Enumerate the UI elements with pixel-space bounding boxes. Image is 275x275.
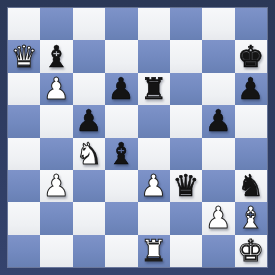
- square-f3[interactable]: ♛: [170, 170, 202, 202]
- black-bishop[interactable]: ♝: [108, 139, 135, 169]
- square-e2[interactable]: [138, 202, 170, 234]
- square-c7[interactable]: [73, 40, 105, 72]
- square-b5[interactable]: [40, 105, 72, 137]
- square-b1[interactable]: [40, 235, 72, 267]
- black-king[interactable]: ♚: [237, 42, 264, 72]
- black-pawn[interactable]: ♟: [205, 106, 232, 136]
- white-knight[interactable]: ♞: [75, 139, 102, 169]
- square-e6[interactable]: ♜: [138, 73, 170, 105]
- square-f2[interactable]: [170, 202, 202, 234]
- square-f6[interactable]: [170, 73, 202, 105]
- square-f7[interactable]: [170, 40, 202, 72]
- square-h8[interactable]: [235, 8, 267, 40]
- black-pawn[interactable]: ♟: [108, 74, 135, 104]
- square-e8[interactable]: [138, 8, 170, 40]
- board-frame: ♛♝♚♟♟♜♟♟♟♞♝♟♟♛♞♟♝♜♚: [0, 0, 275, 275]
- white-pawn[interactable]: ♟: [205, 203, 232, 233]
- black-bishop[interactable]: ♝: [43, 42, 70, 72]
- square-a1[interactable]: [8, 235, 40, 267]
- square-g6[interactable]: [202, 73, 234, 105]
- white-pawn[interactable]: ♟: [140, 171, 167, 201]
- square-d4[interactable]: ♝: [105, 138, 137, 170]
- black-queen[interactable]: ♛: [173, 171, 200, 201]
- square-b7[interactable]: ♝: [40, 40, 72, 72]
- square-d2[interactable]: [105, 202, 137, 234]
- white-pawn[interactable]: ♟: [43, 171, 70, 201]
- square-a3[interactable]: [8, 170, 40, 202]
- black-rook[interactable]: ♜: [140, 74, 167, 104]
- square-a5[interactable]: [8, 105, 40, 137]
- square-a8[interactable]: [8, 8, 40, 40]
- square-d3[interactable]: [105, 170, 137, 202]
- square-h7[interactable]: ♚: [235, 40, 267, 72]
- square-g5[interactable]: ♟: [202, 105, 234, 137]
- square-c4[interactable]: ♞: [73, 138, 105, 170]
- square-e4[interactable]: [138, 138, 170, 170]
- square-g3[interactable]: [202, 170, 234, 202]
- square-b8[interactable]: [40, 8, 72, 40]
- white-pawn[interactable]: ♟: [43, 74, 70, 104]
- square-f8[interactable]: [170, 8, 202, 40]
- chess-board: ♛♝♚♟♟♜♟♟♟♞♝♟♟♛♞♟♝♜♚: [8, 8, 267, 267]
- square-b3[interactable]: ♟: [40, 170, 72, 202]
- square-g8[interactable]: [202, 8, 234, 40]
- square-b6[interactable]: ♟: [40, 73, 72, 105]
- square-d7[interactable]: [105, 40, 137, 72]
- square-b4[interactable]: [40, 138, 72, 170]
- square-e1[interactable]: ♜: [138, 235, 170, 267]
- square-g7[interactable]: [202, 40, 234, 72]
- white-rook[interactable]: ♜: [140, 236, 167, 266]
- square-e7[interactable]: [138, 40, 170, 72]
- square-a7[interactable]: ♛: [8, 40, 40, 72]
- square-e5[interactable]: [138, 105, 170, 137]
- square-a4[interactable]: [8, 138, 40, 170]
- square-h3[interactable]: ♞: [235, 170, 267, 202]
- square-h1[interactable]: ♚: [235, 235, 267, 267]
- square-h6[interactable]: ♟: [235, 73, 267, 105]
- black-knight[interactable]: ♞: [237, 171, 264, 201]
- square-c2[interactable]: [73, 202, 105, 234]
- square-c3[interactable]: [73, 170, 105, 202]
- square-e3[interactable]: ♟: [138, 170, 170, 202]
- black-pawn[interactable]: ♟: [75, 106, 102, 136]
- square-f5[interactable]: [170, 105, 202, 137]
- square-g4[interactable]: [202, 138, 234, 170]
- white-king[interactable]: ♚: [237, 236, 264, 266]
- square-b2[interactable]: [40, 202, 72, 234]
- black-pawn[interactable]: ♟: [237, 74, 264, 104]
- square-h2[interactable]: ♝: [235, 202, 267, 234]
- square-h4[interactable]: [235, 138, 267, 170]
- square-g2[interactable]: ♟: [202, 202, 234, 234]
- square-d8[interactable]: [105, 8, 137, 40]
- square-c8[interactable]: [73, 8, 105, 40]
- square-c1[interactable]: [73, 235, 105, 267]
- square-c6[interactable]: [73, 73, 105, 105]
- square-a2[interactable]: [8, 202, 40, 234]
- square-d6[interactable]: ♟: [105, 73, 137, 105]
- square-h5[interactable]: [235, 105, 267, 137]
- square-c5[interactable]: ♟: [73, 105, 105, 137]
- square-d1[interactable]: [105, 235, 137, 267]
- white-bishop[interactable]: ♝: [237, 203, 264, 233]
- square-f1[interactable]: [170, 235, 202, 267]
- square-a6[interactable]: [8, 73, 40, 105]
- square-d5[interactable]: [105, 105, 137, 137]
- white-queen[interactable]: ♛: [11, 42, 38, 72]
- square-g1[interactable]: [202, 235, 234, 267]
- square-f4[interactable]: [170, 138, 202, 170]
